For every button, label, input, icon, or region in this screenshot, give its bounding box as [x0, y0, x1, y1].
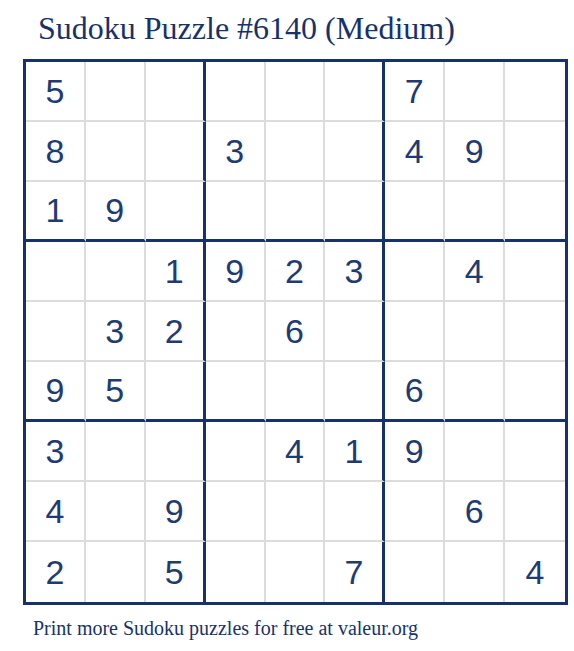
- cell-r6c1[interactable]: 9: [26, 362, 86, 422]
- cell-r5c4[interactable]: [206, 302, 266, 362]
- cell-r9c9[interactable]: 4: [505, 542, 565, 602]
- cell-r1c9[interactable]: [505, 62, 565, 122]
- cell-r4c6[interactable]: 3: [325, 242, 385, 302]
- page-title: Sudoku Puzzle #6140 (Medium): [38, 10, 455, 47]
- cell-r2c4[interactable]: 3: [206, 122, 266, 182]
- cell-r8c3[interactable]: 9: [146, 482, 206, 542]
- cell-r6c5[interactable]: [266, 362, 326, 422]
- cell-r8c6[interactable]: [325, 482, 385, 542]
- cell-r7c5[interactable]: 4: [266, 422, 326, 482]
- cell-r7c1[interactable]: 3: [26, 422, 86, 482]
- footer-note: Print more Sudoku puzzles for free at va…: [33, 617, 418, 640]
- cell-r5c8[interactable]: [445, 302, 505, 362]
- cell-r5c2[interactable]: 3: [86, 302, 146, 362]
- cell-r2c1[interactable]: 8: [26, 122, 86, 182]
- cell-r9c6[interactable]: 7: [325, 542, 385, 602]
- cell-r4c8[interactable]: 4: [445, 242, 505, 302]
- cell-r1c8[interactable]: [445, 62, 505, 122]
- cell-r4c4[interactable]: 9: [206, 242, 266, 302]
- cell-r9c8[interactable]: [445, 542, 505, 602]
- cell-r4c3[interactable]: 1: [146, 242, 206, 302]
- cell-r7c3[interactable]: [146, 422, 206, 482]
- cell-r9c3[interactable]: 5: [146, 542, 206, 602]
- cell-r7c7[interactable]: 9: [385, 422, 445, 482]
- cell-r6c4[interactable]: [206, 362, 266, 422]
- cell-r3c8[interactable]: [445, 182, 505, 242]
- cell-r5c7[interactable]: [385, 302, 445, 362]
- cell-r1c6[interactable]: [325, 62, 385, 122]
- cell-r6c9[interactable]: [505, 362, 565, 422]
- cell-r9c4[interactable]: [206, 542, 266, 602]
- sudoku-board: 578349191923432695634194962574: [23, 59, 568, 605]
- cell-r5c1[interactable]: [26, 302, 86, 362]
- cell-r8c4[interactable]: [206, 482, 266, 542]
- cell-r3c3[interactable]: [146, 182, 206, 242]
- cell-r7c4[interactable]: [206, 422, 266, 482]
- cell-r7c6[interactable]: 1: [325, 422, 385, 482]
- cell-r3c4[interactable]: [206, 182, 266, 242]
- cell-r1c5[interactable]: [266, 62, 326, 122]
- cell-r6c8[interactable]: [445, 362, 505, 422]
- cell-r9c1[interactable]: 2: [26, 542, 86, 602]
- cell-r3c7[interactable]: [385, 182, 445, 242]
- cell-r8c8[interactable]: 6: [445, 482, 505, 542]
- cell-r5c5[interactable]: 6: [266, 302, 326, 362]
- cell-r4c5[interactable]: 2: [266, 242, 326, 302]
- cell-r2c9[interactable]: [505, 122, 565, 182]
- cell-r7c9[interactable]: [505, 422, 565, 482]
- cell-r2c7[interactable]: 4: [385, 122, 445, 182]
- cell-r1c1[interactable]: 5: [26, 62, 86, 122]
- cell-r8c5[interactable]: [266, 482, 326, 542]
- cell-r1c4[interactable]: [206, 62, 266, 122]
- cell-r5c6[interactable]: [325, 302, 385, 362]
- cell-r3c6[interactable]: [325, 182, 385, 242]
- cell-r1c3[interactable]: [146, 62, 206, 122]
- cell-r6c3[interactable]: [146, 362, 206, 422]
- cell-r8c1[interactable]: 4: [26, 482, 86, 542]
- cell-r6c6[interactable]: [325, 362, 385, 422]
- cell-r8c2[interactable]: [86, 482, 146, 542]
- cell-r8c7[interactable]: [385, 482, 445, 542]
- cell-r5c3[interactable]: 2: [146, 302, 206, 362]
- cell-r3c5[interactable]: [266, 182, 326, 242]
- cell-r2c6[interactable]: [325, 122, 385, 182]
- cell-r2c3[interactable]: [146, 122, 206, 182]
- cell-r9c2[interactable]: [86, 542, 146, 602]
- cell-r9c5[interactable]: [266, 542, 326, 602]
- cell-r7c8[interactable]: [445, 422, 505, 482]
- cell-r8c9[interactable]: [505, 482, 565, 542]
- cell-r7c2[interactable]: [86, 422, 146, 482]
- cell-r6c7[interactable]: 6: [385, 362, 445, 422]
- cell-r4c7[interactable]: [385, 242, 445, 302]
- cell-r4c9[interactable]: [505, 242, 565, 302]
- cell-r2c8[interactable]: 9: [445, 122, 505, 182]
- cell-r9c7[interactable]: [385, 542, 445, 602]
- cell-r4c1[interactable]: [26, 242, 86, 302]
- cell-r5c9[interactable]: [505, 302, 565, 362]
- cell-r2c2[interactable]: [86, 122, 146, 182]
- cell-r4c2[interactable]: [86, 242, 146, 302]
- cell-r3c1[interactable]: 1: [26, 182, 86, 242]
- cell-r2c5[interactable]: [266, 122, 326, 182]
- cell-r1c7[interactable]: 7: [385, 62, 445, 122]
- cell-r6c2[interactable]: 5: [86, 362, 146, 422]
- cell-r3c9[interactable]: [505, 182, 565, 242]
- cell-r3c2[interactable]: 9: [86, 182, 146, 242]
- cell-r1c2[interactable]: [86, 62, 146, 122]
